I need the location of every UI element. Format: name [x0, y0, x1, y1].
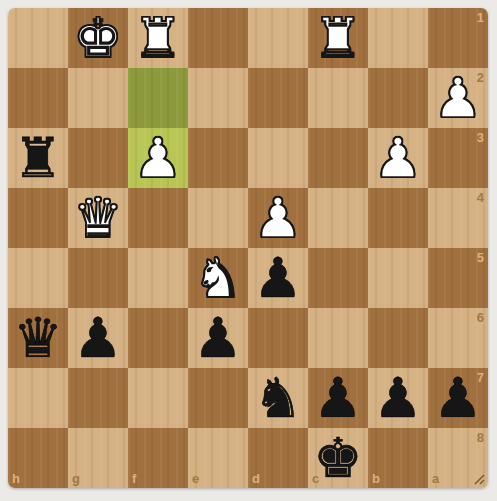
chess-board: ♚♜♜12♟♜♟♟3♛♟4♞♟5♛♟♟6♞♟♟7♟hgfedc♚ba8 [8, 8, 488, 488]
file-label-b: b [372, 471, 380, 486]
white-pawn-f3[interactable]: ♟ [128, 128, 188, 188]
square-e5[interactable]: ♞ [188, 248, 248, 308]
rank-label-8: 8 [477, 430, 484, 445]
white-knight-e5[interactable]: ♞ [188, 248, 248, 308]
square-c1[interactable]: ♜ [308, 8, 368, 68]
white-king-g1[interactable]: ♚ [68, 8, 128, 68]
square-f8[interactable]: f [128, 428, 188, 488]
square-d4[interactable]: ♟ [248, 188, 308, 248]
square-h8[interactable]: h [8, 428, 68, 488]
rank-label-3: 3 [477, 130, 484, 145]
square-e3[interactable] [188, 128, 248, 188]
file-label-g: g [72, 471, 80, 486]
square-h3[interactable]: ♜ [8, 128, 68, 188]
black-rook-h3[interactable]: ♜ [8, 128, 68, 188]
square-g4[interactable]: ♛ [68, 188, 128, 248]
white-rook-c1[interactable]: ♜ [308, 8, 368, 68]
square-a4[interactable]: 4 [428, 188, 488, 248]
white-pawn-b3[interactable]: ♟ [368, 128, 428, 188]
square-f2[interactable] [128, 68, 188, 128]
square-e2[interactable] [188, 68, 248, 128]
square-g3[interactable] [68, 128, 128, 188]
square-c8[interactable]: c♚ [308, 428, 368, 488]
square-e4[interactable] [188, 188, 248, 248]
square-d6[interactable] [248, 308, 308, 368]
square-e7[interactable] [188, 368, 248, 428]
rank-label-5: 5 [477, 250, 484, 265]
square-b7[interactable]: ♟ [368, 368, 428, 428]
file-label-f: f [132, 471, 136, 486]
square-f4[interactable] [128, 188, 188, 248]
square-d8[interactable]: d [248, 428, 308, 488]
square-a5[interactable]: 5 [428, 248, 488, 308]
square-c4[interactable] [308, 188, 368, 248]
white-pawn-a2[interactable]: ♟ [428, 68, 488, 128]
black-queen-h6[interactable]: ♛ [8, 308, 68, 368]
square-h5[interactable] [8, 248, 68, 308]
black-pawn-a7[interactable]: ♟ [428, 368, 488, 428]
square-d7[interactable]: ♞ [248, 368, 308, 428]
square-h6[interactable]: ♛ [8, 308, 68, 368]
square-g2[interactable] [68, 68, 128, 128]
black-pawn-e6[interactable]: ♟ [188, 308, 248, 368]
square-g7[interactable] [68, 368, 128, 428]
rank-label-4: 4 [477, 190, 484, 205]
file-label-a: a [432, 471, 439, 486]
file-label-h: h [12, 471, 20, 486]
square-c7[interactable]: ♟ [308, 368, 368, 428]
square-g5[interactable] [68, 248, 128, 308]
square-b6[interactable] [368, 308, 428, 368]
file-label-d: d [252, 471, 260, 486]
white-pawn-d4[interactable]: ♟ [248, 188, 308, 248]
square-b1[interactable] [368, 8, 428, 68]
square-g6[interactable]: ♟ [68, 308, 128, 368]
black-pawn-g6[interactable]: ♟ [68, 308, 128, 368]
rank-label-1: 1 [477, 10, 484, 25]
square-a7[interactable]: 7♟ [428, 368, 488, 428]
black-knight-d7[interactable]: ♞ [248, 368, 308, 428]
black-pawn-c7[interactable]: ♟ [308, 368, 368, 428]
square-a1[interactable]: 1 [428, 8, 488, 68]
square-e8[interactable]: e [188, 428, 248, 488]
rank-label-6: 6 [477, 310, 484, 325]
square-g1[interactable]: ♚ [68, 8, 128, 68]
square-g8[interactable]: g [68, 428, 128, 488]
square-a3[interactable]: 3 [428, 128, 488, 188]
square-d1[interactable] [248, 8, 308, 68]
square-b4[interactable] [368, 188, 428, 248]
square-d3[interactable] [248, 128, 308, 188]
square-f3[interactable]: ♟ [128, 128, 188, 188]
square-h2[interactable] [8, 68, 68, 128]
file-label-e: e [192, 471, 199, 486]
square-c6[interactable] [308, 308, 368, 368]
board-resize-handle-icon[interactable] [472, 472, 486, 486]
square-a6[interactable]: 6 [428, 308, 488, 368]
square-b2[interactable] [368, 68, 428, 128]
square-d5[interactable]: ♟ [248, 248, 308, 308]
square-b5[interactable] [368, 248, 428, 308]
square-c5[interactable] [308, 248, 368, 308]
square-b3[interactable]: ♟ [368, 128, 428, 188]
square-e6[interactable]: ♟ [188, 308, 248, 368]
black-pawn-b7[interactable]: ♟ [368, 368, 428, 428]
square-a2[interactable]: 2♟ [428, 68, 488, 128]
square-c3[interactable] [308, 128, 368, 188]
square-h7[interactable] [8, 368, 68, 428]
square-c2[interactable] [308, 68, 368, 128]
square-f5[interactable] [128, 248, 188, 308]
white-queen-g4[interactable]: ♛ [68, 188, 128, 248]
square-f6[interactable] [128, 308, 188, 368]
black-pawn-d5[interactable]: ♟ [248, 248, 308, 308]
square-h1[interactable] [8, 8, 68, 68]
chess-app: ♚♜♜12♟♜♟♟3♛♟4♞♟5♛♟♟6♞♟♟7♟hgfedc♚ba8 [0, 0, 497, 501]
square-f7[interactable] [128, 368, 188, 428]
black-king-c8[interactable]: ♚ [308, 428, 368, 488]
square-b8[interactable]: b [368, 428, 428, 488]
square-f1[interactable]: ♜ [128, 8, 188, 68]
square-e1[interactable] [188, 8, 248, 68]
white-rook-f1[interactable]: ♜ [128, 8, 188, 68]
square-d2[interactable] [248, 68, 308, 128]
square-h4[interactable] [8, 188, 68, 248]
